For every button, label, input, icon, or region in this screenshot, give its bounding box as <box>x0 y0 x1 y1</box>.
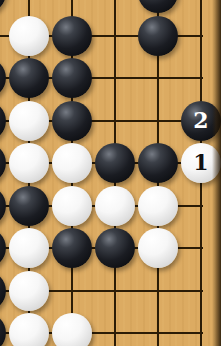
white-stone <box>9 143 49 183</box>
black-stone <box>0 0 6 13</box>
black-stone <box>138 0 178 13</box>
move-number-label: 2 <box>193 109 208 131</box>
white-stone <box>9 313 49 346</box>
black-stone <box>95 228 135 268</box>
black-stone <box>0 271 6 311</box>
black-stone <box>0 143 6 183</box>
white-stone <box>9 16 49 56</box>
black-stone <box>9 186 49 226</box>
go-board[interactable]: 21 <box>0 0 221 346</box>
black-stone <box>0 313 6 346</box>
black-stone <box>52 16 92 56</box>
black-stone <box>52 58 92 98</box>
white-stone <box>52 143 92 183</box>
black-stone <box>0 101 6 141</box>
white-stone <box>95 186 135 226</box>
white-stone <box>9 228 49 268</box>
black-stone <box>0 228 6 268</box>
black-stone <box>138 143 178 183</box>
black-stone <box>52 228 92 268</box>
black-stone <box>138 16 178 56</box>
white-stone <box>138 186 178 226</box>
white-stone <box>9 271 49 311</box>
white-stone-move-1: 1 <box>181 143 221 183</box>
white-stone <box>52 186 92 226</box>
black-stone <box>95 143 135 183</box>
move-number-label: 1 <box>193 151 208 173</box>
white-stone <box>52 313 92 346</box>
black-stone <box>52 101 92 141</box>
black-stone <box>0 58 6 98</box>
white-stone <box>9 101 49 141</box>
black-stone <box>9 58 49 98</box>
black-stone <box>0 186 6 226</box>
white-stone <box>138 228 178 268</box>
black-stone-move-2: 2 <box>181 101 221 141</box>
